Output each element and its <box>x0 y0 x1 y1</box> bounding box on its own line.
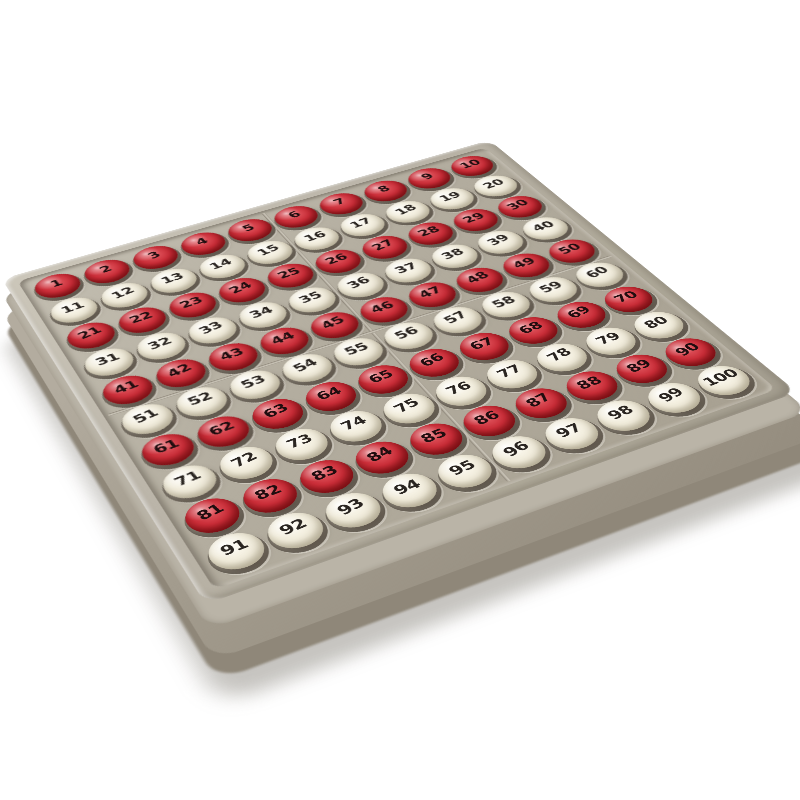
ball-number: 55 <box>330 338 381 361</box>
ball-number: 59 <box>526 276 574 298</box>
ball-number: 38 <box>429 244 476 265</box>
ball-number: 78 <box>534 342 583 368</box>
ball-number: 90 <box>663 337 712 363</box>
product-photo-stage: 1234567891011121314151617181920212223242… <box>0 0 800 800</box>
ball-number: 20 <box>471 175 515 194</box>
ball-number: 99 <box>645 382 696 410</box>
ball-number: 30 <box>496 195 540 215</box>
ball-number: 58 <box>479 292 528 314</box>
ball-number: 100 <box>694 366 746 391</box>
ball-number: 98 <box>594 400 647 427</box>
ball-number: 68 <box>506 317 556 340</box>
ball-number: 70 <box>601 286 650 308</box>
ball-number: 7 <box>317 193 362 211</box>
ball-number: 50 <box>546 239 593 260</box>
ball-number: 40 <box>520 217 566 236</box>
ball-number: 47 <box>406 282 454 304</box>
ball-number: 95 <box>434 454 489 483</box>
ball-number: 97 <box>541 418 595 445</box>
ball-number: 19 <box>427 188 472 206</box>
ball-number: 80 <box>631 311 680 334</box>
ball-number: 94 <box>378 473 435 502</box>
ball-number: 37 <box>382 258 430 279</box>
ball-number: 88 <box>563 371 615 396</box>
ball-number: 10 <box>448 156 491 173</box>
ball-number: 69 <box>555 301 603 325</box>
ball-number: 28 <box>405 222 451 242</box>
ball-number: 77 <box>483 359 534 384</box>
bingo-board: 1234567891011121314151617181920212223242… <box>0 121 800 645</box>
ball-number: 85 <box>406 423 460 450</box>
ball-number: 60 <box>574 261 620 284</box>
ball-number: 49 <box>500 253 547 274</box>
ball-number: 46 <box>357 297 406 319</box>
ball-number: 76 <box>432 376 485 401</box>
ball-number: 29 <box>451 208 496 228</box>
ball-number: 89 <box>613 354 664 379</box>
ball-number: 79 <box>582 327 633 350</box>
ball-number: 86 <box>460 405 513 432</box>
ball-number: 67 <box>456 333 507 356</box>
